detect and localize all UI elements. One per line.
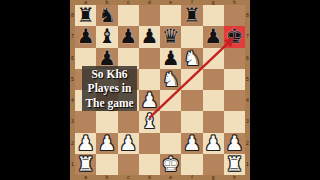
piece-white-rook: ♜ xyxy=(77,154,95,175)
piece-black-bishop: ♝ xyxy=(98,26,116,47)
square-b1[interactable] xyxy=(96,154,117,175)
square-d7[interactable]: ♟ xyxy=(139,26,160,47)
piece-black-pawn: ♟ xyxy=(77,26,95,47)
piece-white-pawn: ♟ xyxy=(77,133,95,154)
square-a3[interactable] xyxy=(75,111,96,132)
square-f4[interactable] xyxy=(181,90,202,111)
piece-black-knight: ♞ xyxy=(98,5,116,26)
square-e7[interactable]: ♛ xyxy=(160,26,181,47)
caption-line-2: Playes in xyxy=(88,81,132,96)
square-h1[interactable]: ♜ xyxy=(224,154,245,175)
square-b2[interactable]: ♟ xyxy=(96,133,117,154)
square-b8[interactable]: ♞ xyxy=(96,5,117,26)
square-h4[interactable] xyxy=(224,90,245,111)
square-g3[interactable] xyxy=(203,111,224,132)
coord-label-2: 2 xyxy=(245,133,250,154)
square-c1[interactable] xyxy=(118,154,139,175)
square-d8[interactable] xyxy=(139,5,160,26)
coord-label-7: 7 xyxy=(245,26,250,47)
square-d5[interactable] xyxy=(139,69,160,90)
square-f5[interactable] xyxy=(181,69,202,90)
square-f2[interactable]: ♟ xyxy=(181,133,202,154)
square-e4[interactable] xyxy=(160,90,181,111)
piece-white-pawn: ♟ xyxy=(204,133,222,154)
square-f7[interactable] xyxy=(181,26,202,47)
square-g1[interactable] xyxy=(203,154,224,175)
piece-white-pawn: ♟ xyxy=(183,133,201,154)
square-d3[interactable]: ♝ xyxy=(139,111,160,132)
square-h2[interactable]: ♟ xyxy=(224,133,245,154)
coord-label-a: a xyxy=(75,175,96,180)
piece-white-knight: ♞ xyxy=(162,69,180,90)
caption-line-1: So Kh6 xyxy=(91,67,127,82)
square-a8[interactable]: ♜ xyxy=(75,5,96,26)
square-d4[interactable]: ♟ xyxy=(139,90,160,111)
piece-black-rook: ♜ xyxy=(183,5,201,26)
video-frame: abcdefgh abcdefgh 87654321 87654321 ♜♞♜♟… xyxy=(0,0,320,180)
piece-white-pawn: ♟ xyxy=(98,133,116,154)
square-e8[interactable] xyxy=(160,5,181,26)
square-h5[interactable] xyxy=(224,69,245,90)
piece-white-bishop: ♝ xyxy=(140,111,158,132)
square-d6[interactable] xyxy=(139,48,160,69)
file-labels-bottom: abcdefgh xyxy=(75,175,245,180)
piece-black-rook: ♜ xyxy=(77,5,95,26)
square-a2[interactable]: ♟ xyxy=(75,133,96,154)
coord-label-e: e xyxy=(160,175,181,180)
piece-white-pawn: ♟ xyxy=(140,90,158,111)
piece-black-pawn: ♟ xyxy=(162,48,180,69)
coord-label-4: 4 xyxy=(245,90,250,111)
square-h7[interactable]: ♚ xyxy=(224,26,245,47)
coord-label-c: c xyxy=(118,175,139,180)
piece-black-pawn: ♟ xyxy=(204,26,222,47)
square-e6[interactable]: ♟ xyxy=(160,48,181,69)
square-a7[interactable]: ♟ xyxy=(75,26,96,47)
square-e1[interactable]: ♚ xyxy=(160,154,181,175)
square-d1[interactable] xyxy=(139,154,160,175)
square-e5[interactable]: ♞ xyxy=(160,69,181,90)
square-h8[interactable] xyxy=(224,5,245,26)
piece-black-pawn: ♟ xyxy=(119,26,137,47)
square-c8[interactable] xyxy=(118,5,139,26)
caption-line-3: The game xyxy=(85,96,133,111)
rank-labels-right: 87654321 xyxy=(245,5,250,175)
coord-label-b: b xyxy=(96,175,117,180)
square-f8[interactable]: ♜ xyxy=(181,5,202,26)
coord-label-1: 1 xyxy=(245,154,250,175)
square-c3[interactable] xyxy=(118,111,139,132)
square-g8[interactable] xyxy=(203,5,224,26)
piece-white-pawn: ♟ xyxy=(225,133,243,154)
square-c2[interactable]: ♟ xyxy=(118,133,139,154)
square-g2[interactable]: ♟ xyxy=(203,133,224,154)
piece-white-king: ♚ xyxy=(162,154,180,175)
square-h3[interactable] xyxy=(224,111,245,132)
coord-label-h: h xyxy=(224,175,245,180)
square-g5[interactable] xyxy=(203,69,224,90)
square-f6[interactable]: ♞ xyxy=(181,48,202,69)
piece-black-king: ♚ xyxy=(225,26,243,47)
piece-white-rook: ♜ xyxy=(225,154,243,175)
square-h6[interactable] xyxy=(224,48,245,69)
square-e3[interactable] xyxy=(160,111,181,132)
coord-label-f: f xyxy=(181,175,202,180)
square-b7[interactable]: ♝ xyxy=(96,26,117,47)
caption-box: So Kh6 Playes in The game xyxy=(82,66,137,111)
square-b3[interactable] xyxy=(96,111,117,132)
square-f1[interactable] xyxy=(181,154,202,175)
coord-label-5: 5 xyxy=(245,69,250,90)
square-g4[interactable] xyxy=(203,90,224,111)
coord-label-3: 3 xyxy=(245,111,250,132)
coord-label-8: 8 xyxy=(245,5,250,26)
coord-label-6: 6 xyxy=(245,48,250,69)
square-g7[interactable]: ♟ xyxy=(203,26,224,47)
piece-black-queen: ♛ xyxy=(162,26,180,47)
square-a1[interactable]: ♜ xyxy=(75,154,96,175)
coord-label-g: g xyxy=(203,175,224,180)
piece-black-pawn: ♟ xyxy=(140,26,158,47)
square-f3[interactable] xyxy=(181,111,202,132)
square-e2[interactable] xyxy=(160,133,181,154)
piece-white-knight: ♞ xyxy=(183,48,201,69)
square-c7[interactable]: ♟ xyxy=(118,26,139,47)
square-g6[interactable] xyxy=(203,48,224,69)
square-d2[interactable] xyxy=(139,133,160,154)
piece-white-pawn: ♟ xyxy=(119,133,137,154)
coord-label-d: d xyxy=(139,175,160,180)
